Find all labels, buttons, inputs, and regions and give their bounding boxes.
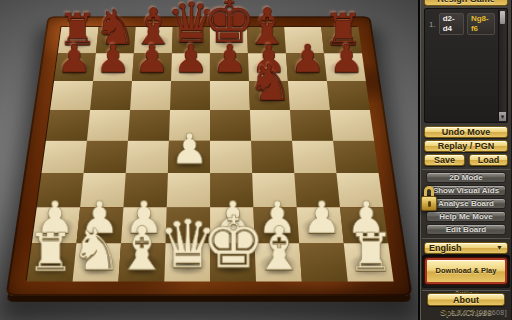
load-button[interactable]: Load bbox=[469, 154, 508, 166]
square-e6[interactable] bbox=[210, 81, 250, 110]
save-button[interactable]: Save bbox=[424, 154, 465, 166]
square-c4[interactable] bbox=[126, 141, 169, 173]
language-dropdown[interactable]: English ▼ bbox=[424, 242, 508, 254]
square-a4[interactable] bbox=[41, 141, 86, 173]
white-move[interactable]: d2-d4 bbox=[439, 13, 464, 35]
padlock-icon bbox=[421, 186, 438, 214]
square-b7[interactable]: ♟ bbox=[93, 53, 134, 81]
square-g6[interactable] bbox=[288, 81, 330, 110]
white-knight[interactable]: ♞ bbox=[70, 220, 122, 278]
square-c7[interactable]: ♟ bbox=[132, 53, 172, 81]
square-b6[interactable] bbox=[90, 81, 132, 110]
white-bishop[interactable]: ♝ bbox=[252, 218, 306, 278]
divider bbox=[422, 169, 510, 170]
white-pawn[interactable]: ♟ bbox=[170, 129, 208, 171]
square-f6[interactable]: ♞ bbox=[249, 81, 290, 110]
white-pawn[interactable]: ♟ bbox=[301, 196, 341, 240]
black-pawn[interactable]: ♟ bbox=[212, 40, 247, 79]
language-selected-value: English bbox=[429, 243, 462, 254]
white-rook[interactable]: ♜ bbox=[26, 226, 73, 278]
square-e5[interactable] bbox=[210, 110, 251, 141]
move-number: 1. bbox=[429, 20, 436, 29]
resign-game-button-clipped[interactable]: Resign Game bbox=[424, 0, 508, 6]
square-d4[interactable]: ♟ bbox=[168, 141, 210, 173]
move-list-panel: 1. d2-d4 Ng8-f6 ▼ bbox=[424, 8, 508, 123]
square-e1[interactable]: ♚ bbox=[210, 243, 256, 281]
square-e4[interactable] bbox=[210, 141, 252, 173]
black-pawn[interactable]: ♟ bbox=[56, 40, 91, 79]
board-grid: ♜♞♝♛♚♝♜♟♟♟♟♟♟♟♟♞♟♟♟♟♟♟♟♟♜♞♝♛♚♝♜ bbox=[26, 26, 393, 280]
move-list-row: 1. d2-d4 Ng8-f6 bbox=[425, 9, 507, 35]
square-h1[interactable]: ♜ bbox=[344, 243, 394, 281]
square-h6[interactable] bbox=[327, 81, 370, 110]
square-f5[interactable] bbox=[250, 110, 292, 141]
edit-board-button[interactable]: Edit Board bbox=[426, 224, 506, 235]
square-g5[interactable] bbox=[290, 110, 333, 141]
resign-game-label: Resign Game bbox=[424, 0, 508, 6]
scroll-down-icon[interactable]: ▼ bbox=[499, 112, 506, 121]
black-pawn[interactable]: ♟ bbox=[290, 40, 325, 79]
square-a1[interactable]: ♜ bbox=[27, 243, 77, 281]
square-c5[interactable] bbox=[128, 110, 170, 141]
black-pawn[interactable]: ♟ bbox=[95, 40, 130, 79]
white-rook[interactable]: ♜ bbox=[347, 226, 394, 278]
chevron-down-icon: ▼ bbox=[496, 242, 503, 254]
square-a5[interactable] bbox=[46, 110, 90, 141]
square-g1[interactable] bbox=[299, 243, 348, 281]
board-scene: ♜♞♝♛♚♝♜♟♟♟♟♟♟♟♟♞♟♟♟♟♟♟♟♟♜♞♝♛♚♝♜ bbox=[0, 0, 418, 320]
analyse-board-button[interactable]: Analyse Board bbox=[426, 198, 506, 209]
square-b1[interactable]: ♞ bbox=[73, 243, 121, 281]
2d-mode-button[interactable]: 2D Mode bbox=[426, 172, 506, 183]
black-move[interactable]: Ng8-f6 bbox=[467, 13, 495, 35]
square-a7[interactable]: ♟ bbox=[54, 53, 96, 81]
scrollbar-thumb[interactable] bbox=[500, 11, 505, 24]
divider bbox=[422, 238, 510, 239]
about-sparkchess-button[interactable]: About SparkChess bbox=[427, 293, 505, 306]
square-d6[interactable] bbox=[170, 81, 210, 110]
divider bbox=[422, 290, 510, 291]
show-visual-aids-button[interactable]: Show Visual Aids bbox=[426, 185, 506, 196]
board-area: ♜♞♝♛♚♝♜♟♟♟♟♟♟♟♟♞♟♟♟♟♟♟♟♟♜♞♝♛♚♝♜ bbox=[0, 0, 418, 320]
square-b4[interactable] bbox=[84, 141, 128, 173]
square-f1[interactable]: ♝ bbox=[255, 243, 302, 281]
black-knight[interactable]: ♞ bbox=[247, 57, 292, 108]
square-g4[interactable] bbox=[292, 141, 336, 173]
black-pawn[interactable]: ♟ bbox=[329, 40, 364, 79]
square-a6[interactable] bbox=[50, 81, 93, 110]
black-pawn[interactable]: ♟ bbox=[134, 40, 169, 79]
square-h4[interactable] bbox=[333, 141, 378, 173]
sidebar: Resign Game 1. d2-d4 Ng8-f6 ▼ Undo Move … bbox=[418, 0, 512, 320]
download-button-well: Download & Play Offline bbox=[422, 255, 510, 288]
undo-move-button[interactable]: Undo Move bbox=[424, 126, 508, 138]
square-e7[interactable]: ♟ bbox=[210, 53, 249, 81]
download-play-offline-button[interactable]: Download & Play Offline bbox=[425, 258, 507, 284]
move-list-scrollbar[interactable]: ▼ bbox=[498, 10, 506, 121]
board-frame: ♜♞♝♛♚♝♜♟♟♟♟♟♟♟♟♞♟♟♟♟♟♟♟♟♜♞♝♛♚♝♜ bbox=[5, 16, 412, 296]
square-h5[interactable] bbox=[330, 110, 374, 141]
square-d7[interactable]: ♟ bbox=[171, 53, 210, 81]
square-f4[interactable] bbox=[251, 141, 294, 173]
square-c6[interactable] bbox=[130, 81, 171, 110]
square-h7[interactable]: ♟ bbox=[324, 53, 366, 81]
replay-pgn-button[interactable]: Replay / PGN bbox=[424, 140, 508, 152]
black-pawn[interactable]: ♟ bbox=[173, 40, 208, 79]
version-text: 4.3.0.5 [080608] bbox=[450, 309, 507, 316]
square-b5[interactable] bbox=[87, 110, 130, 141]
help-me-move-button[interactable]: Help Me Move bbox=[426, 211, 506, 222]
